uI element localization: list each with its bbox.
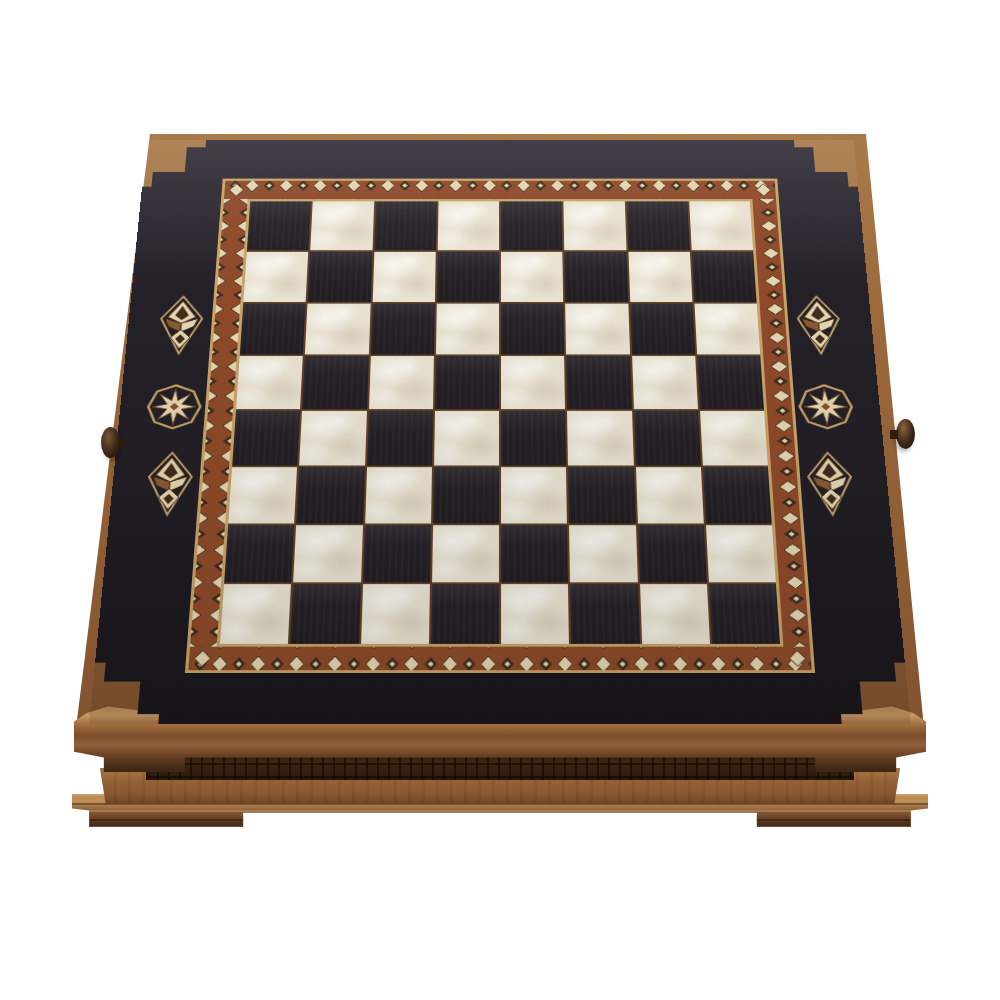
right-drawer-knob[interactable] (896, 419, 915, 449)
square-h4[interactable] (700, 411, 768, 465)
square-d7[interactable] (437, 252, 499, 302)
square-a3[interactable] (228, 467, 297, 523)
square-c5[interactable] (369, 356, 434, 409)
kite-inlay-right-upper (796, 297, 842, 354)
square-d6[interactable] (436, 303, 499, 354)
square-d8[interactable] (437, 201, 499, 250)
square-a8[interactable] (247, 201, 311, 250)
square-f8[interactable] (564, 201, 626, 250)
square-d1[interactable] (431, 584, 499, 644)
square-d2[interactable] (432, 525, 499, 583)
square-c1[interactable] (361, 584, 430, 644)
square-e5[interactable] (501, 356, 565, 409)
square-f1[interactable] (570, 584, 639, 644)
square-f2[interactable] (569, 525, 637, 583)
square-c4[interactable] (367, 411, 433, 465)
square-f3[interactable] (568, 467, 635, 523)
square-h2[interactable] (706, 525, 776, 583)
square-g5[interactable] (632, 356, 698, 409)
square-f4[interactable] (567, 411, 633, 465)
chessboard (220, 201, 780, 643)
square-b2[interactable] (293, 525, 362, 583)
scene (0, 0, 1000, 1000)
square-a6[interactable] (240, 303, 306, 354)
square-a5[interactable] (236, 356, 303, 409)
square-e6[interactable] (501, 303, 564, 354)
kite-inlay-left-lower (146, 453, 194, 515)
square-b3[interactable] (296, 467, 364, 523)
left-drawer-knob[interactable] (101, 427, 120, 458)
square-e3[interactable] (501, 467, 567, 523)
square-g6[interactable] (630, 303, 695, 354)
square-h6[interactable] (694, 303, 760, 354)
square-h7[interactable] (692, 252, 757, 302)
square-a2[interactable] (224, 525, 294, 583)
square-c3[interactable] (365, 467, 432, 523)
kite-inlay-left-upper (158, 297, 204, 354)
square-h8[interactable] (689, 201, 753, 250)
square-b8[interactable] (310, 201, 373, 250)
square-h1[interactable] (709, 584, 780, 644)
square-e2[interactable] (501, 525, 568, 583)
kite-inlay-right-lower (806, 453, 854, 515)
square-b6[interactable] (305, 303, 370, 354)
square-c8[interactable] (374, 201, 436, 250)
square-g2[interactable] (637, 525, 706, 583)
square-b1[interactable] (290, 584, 360, 644)
square-b7[interactable] (308, 252, 372, 302)
square-a7[interactable] (243, 252, 308, 302)
square-f5[interactable] (566, 356, 631, 409)
square-d3[interactable] (433, 467, 499, 523)
star-medallion-left (146, 385, 202, 428)
square-g7[interactable] (628, 252, 692, 302)
square-e1[interactable] (501, 584, 569, 644)
square-b4[interactable] (299, 411, 366, 465)
square-a4[interactable] (232, 411, 300, 465)
square-g3[interactable] (635, 467, 703, 523)
square-b5[interactable] (302, 356, 368, 409)
square-c6[interactable] (370, 303, 434, 354)
square-f7[interactable] (564, 252, 627, 302)
square-h3[interactable] (703, 467, 772, 523)
square-c2[interactable] (363, 525, 431, 583)
square-e8[interactable] (501, 201, 563, 250)
square-e4[interactable] (501, 411, 566, 465)
board-top (89, 140, 911, 724)
square-a1[interactable] (220, 584, 291, 644)
square-e7[interactable] (501, 252, 563, 302)
square-f6[interactable] (565, 303, 629, 354)
star-medallion-right (798, 385, 854, 428)
square-g4[interactable] (634, 411, 701, 465)
square-c7[interactable] (372, 252, 435, 302)
square-g8[interactable] (626, 201, 689, 250)
square-g1[interactable] (640, 584, 710, 644)
square-h5[interactable] (697, 356, 764, 409)
square-d4[interactable] (434, 411, 499, 465)
square-d5[interactable] (435, 356, 499, 409)
